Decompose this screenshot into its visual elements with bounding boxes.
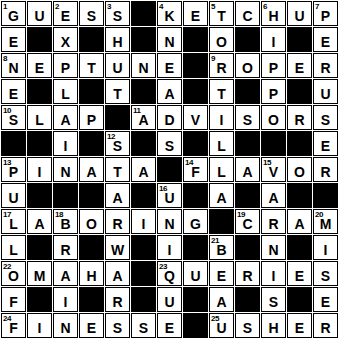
cell-letter: S (236, 321, 259, 336)
block-r4c8 (183, 79, 208, 104)
cell-r11c12[interactable]: E (287, 261, 312, 286)
cell-letter: I (132, 217, 155, 232)
cell-r9c7[interactable]: N (157, 209, 182, 234)
cell-letter: R (54, 243, 77, 258)
cell-r11c10[interactable]: R (235, 261, 260, 286)
cell-r11c2[interactable]: M (27, 261, 52, 286)
cell-letter: L (54, 87, 77, 102)
cell-r6c5[interactable]: 12S (105, 131, 130, 156)
block-r13c8 (183, 313, 208, 338)
cell-letter: R (288, 113, 311, 128)
cell-letter: R (314, 61, 337, 76)
cell-r6c9[interactable]: L (209, 131, 234, 156)
cell-letter: Q (158, 269, 181, 284)
cell-letter: A (106, 191, 129, 206)
block-r12c2 (27, 287, 52, 312)
cell-letter: E (2, 35, 25, 50)
cell-r13c6[interactable]: S (131, 313, 156, 338)
cell-r13c9[interactable]: 25U (209, 313, 234, 338)
cell-r8c1[interactable]: U (1, 183, 26, 208)
cell-letter: L (210, 139, 233, 154)
cell-r12c7[interactable]: U (157, 287, 182, 312)
cell-letter: I (210, 113, 233, 128)
block-r4c10 (235, 79, 260, 104)
cell-r1c5[interactable]: 3S (105, 1, 130, 26)
block-r2c2 (27, 27, 52, 52)
cell-letter: A (54, 113, 77, 128)
cell-letter: N (262, 243, 285, 258)
block-r6c1 (1, 131, 26, 156)
cell-r11c13[interactable]: S (313, 261, 338, 286)
cell-r6c7[interactable]: S (157, 131, 182, 156)
cell-letter: H (106, 35, 129, 50)
cell-letter: C (236, 217, 259, 232)
cell-r9c11[interactable]: R (261, 209, 286, 234)
block-r2c12 (287, 27, 312, 52)
cell-letter: S (314, 269, 337, 284)
cell-letter: S (2, 113, 25, 128)
block-r9c9 (209, 209, 234, 234)
cell-r7c3[interactable]: N (53, 157, 78, 182)
cell-letter: R (236, 269, 259, 284)
cell-r13c2[interactable]: I (27, 313, 52, 338)
cell-r7c6[interactable]: A (131, 157, 156, 182)
cell-r3c2[interactable]: E (27, 53, 52, 78)
cell-r10c9[interactable]: 21B (209, 235, 234, 260)
cell-letter: A (262, 191, 285, 206)
cell-letter: N (54, 165, 77, 180)
cell-r7c10[interactable]: A (235, 157, 260, 182)
cell-r1c12[interactable]: U (287, 1, 312, 26)
block-r8c2 (27, 183, 52, 208)
cell-r4c1[interactable]: E (1, 79, 26, 104)
cell-r5c6[interactable]: 11A (131, 105, 156, 130)
cell-r8c9[interactable]: A (209, 183, 234, 208)
block-r10c6 (131, 235, 156, 260)
block-r12c12 (287, 287, 312, 312)
cell-r2c1[interactable]: E (1, 27, 26, 52)
block-r8c12 (287, 183, 312, 208)
cell-r2c3[interactable]: X (53, 27, 78, 52)
cell-letter: H (262, 9, 285, 24)
cell-letter: O (262, 113, 285, 128)
cell-r1c9[interactable]: 5T (209, 1, 234, 26)
cell-letter: I (262, 35, 285, 50)
cell-r2c7[interactable]: N (157, 27, 182, 52)
cell-r9c2[interactable]: A (27, 209, 52, 234)
cell-letter: I (314, 243, 337, 258)
cell-r4c13[interactable]: U (313, 79, 338, 104)
cell-letter: E (54, 9, 77, 24)
cell-r7c12[interactable]: O (287, 157, 312, 182)
cell-letter: S (106, 9, 129, 24)
cell-r7c2[interactable]: I (27, 157, 52, 182)
cell-r7c11[interactable]: 15V (261, 157, 286, 182)
cell-letter: S (106, 139, 129, 154)
cell-r2c5[interactable]: H (105, 27, 130, 52)
cell-letter: R (106, 217, 129, 232)
cell-letter: S (106, 321, 129, 336)
cell-r13c1[interactable]: 24F (1, 313, 26, 338)
cell-r9c5[interactable]: R (105, 209, 130, 234)
cell-r1c2[interactable]: U (27, 1, 52, 26)
cell-r13c7[interactable]: E (157, 313, 182, 338)
cell-r13c4[interactable]: E (79, 313, 104, 338)
block-r12c8 (183, 287, 208, 312)
cell-letter: E (184, 9, 207, 24)
cell-r3c9[interactable]: 9R (209, 53, 234, 78)
cell-letter: G (2, 9, 25, 24)
block-r10c10 (235, 235, 260, 260)
cell-letter: I (262, 269, 285, 284)
cell-letter: U (210, 321, 233, 336)
cell-r6c3[interactable]: I (53, 131, 78, 156)
cell-r12c1[interactable]: F (1, 287, 26, 312)
cell-letter: T (80, 61, 103, 76)
cell-r3c12[interactable]: E (287, 53, 312, 78)
cell-r5c4[interactable]: P (79, 105, 104, 130)
cell-r5c9[interactable]: I (209, 105, 234, 130)
cell-letter: O (2, 269, 25, 284)
cell-letter: N (54, 321, 77, 336)
cell-letter: E (288, 321, 311, 336)
cell-r10c3[interactable]: R (53, 235, 78, 260)
cell-letter: H (80, 269, 103, 284)
block-r6c12 (287, 131, 312, 156)
cell-letter: O (236, 61, 259, 76)
cell-letter: A (132, 113, 155, 128)
block-r12c10 (235, 287, 260, 312)
cell-letter: P (314, 9, 337, 24)
cell-letter: U (2, 191, 25, 206)
cell-letter: U (314, 87, 337, 102)
cell-letter: P (2, 165, 25, 180)
cell-letter: X (54, 35, 77, 50)
block-r8c13 (313, 183, 338, 208)
block-r12c4 (79, 287, 104, 312)
cell-r9c13[interactable]: 20M (313, 209, 338, 234)
cell-r1c1[interactable]: 1G (1, 1, 26, 26)
block-r10c2 (27, 235, 52, 260)
cell-letter: B (54, 217, 77, 232)
cell-r3c13[interactable]: R (313, 53, 338, 78)
cell-letter: O (80, 217, 103, 232)
cell-letter: M (314, 217, 337, 232)
cell-r9c3[interactable]: 18B (53, 209, 78, 234)
cell-r11c5[interactable]: A (105, 261, 130, 286)
cell-letter: E (80, 321, 103, 336)
cell-r8c5[interactable]: A (105, 183, 130, 208)
cell-r1c10[interactable]: C (235, 1, 260, 26)
cell-letter: R (314, 165, 337, 180)
cell-letter: I (28, 321, 51, 336)
cell-r1c13[interactable]: 7P (313, 1, 338, 26)
cell-r8c11[interactable]: A (261, 183, 286, 208)
cell-letter: I (54, 139, 77, 154)
cell-letter: T (106, 87, 129, 102)
cell-letter: H (262, 321, 285, 336)
cell-letter: R (262, 217, 285, 232)
block-r4c2 (27, 79, 52, 104)
block-r10c8 (183, 235, 208, 260)
cell-letter: N (158, 217, 181, 232)
cell-letter: T (106, 165, 129, 180)
block-r6c10 (235, 131, 260, 156)
cell-letter: A (54, 269, 77, 284)
cell-r12c13[interactable]: E (313, 287, 338, 312)
cell-r3c4[interactable]: T (79, 53, 104, 78)
cell-letter: E (288, 269, 311, 284)
block-r8c3 (53, 183, 78, 208)
cell-letter: V (262, 165, 285, 180)
cell-letter: U (28, 9, 51, 24)
cell-r5c2[interactable]: L (27, 105, 52, 130)
cell-letter: I (158, 243, 181, 258)
cell-r3c3[interactable]: P (53, 53, 78, 78)
cell-letter: T (210, 9, 233, 24)
cell-r3c6[interactable]: N (131, 53, 156, 78)
cell-letter: F (2, 321, 25, 336)
cell-r11c9[interactable]: E (209, 261, 234, 286)
cell-r7c13[interactable]: R (313, 157, 338, 182)
cell-r7c1[interactable]: 13P (1, 157, 26, 182)
cell-r5c10[interactable]: S (235, 105, 260, 130)
cell-letter: E (158, 61, 181, 76)
block-r2c10 (235, 27, 260, 52)
cell-r10c1[interactable]: L (1, 235, 26, 260)
cell-letter: T (210, 87, 233, 102)
cell-r13c5[interactable]: S (105, 313, 130, 338)
cell-letter: F (184, 165, 207, 180)
cell-r13c10[interactable]: S (235, 313, 260, 338)
cell-r11c7[interactable]: 23Q (157, 261, 182, 286)
crossword-grid: 1GU2ES3S4KE5TC6HU7PEXHNOIE8NEPTUNE9ROPER… (0, 0, 339, 339)
cell-r3c10[interactable]: O (235, 53, 260, 78)
block-r2c8 (183, 27, 208, 52)
cell-r1c11[interactable]: 6H (261, 1, 286, 26)
cell-r2c13[interactable]: E (313, 27, 338, 52)
cell-r7c5[interactable]: T (105, 157, 130, 182)
cell-r5c1[interactable]: 10S (1, 105, 26, 130)
cell-r4c7[interactable]: A (157, 79, 182, 104)
cell-r9c1[interactable]: 17L (1, 209, 26, 234)
cell-r5c13[interactable]: S (313, 105, 338, 130)
block-r3c8 (183, 53, 208, 78)
cell-letter: N (2, 61, 25, 76)
cell-r7c8[interactable]: 14F (183, 157, 208, 182)
cell-r11c3[interactable]: A (53, 261, 78, 286)
block-r6c6 (131, 131, 156, 156)
cell-letter: S (132, 321, 155, 336)
cell-r7c4[interactable]: A (79, 157, 104, 182)
cell-letter: A (132, 165, 155, 180)
cell-r6c13[interactable]: E (313, 131, 338, 156)
cell-letter: U (288, 9, 311, 24)
cell-r1c8[interactable]: E (183, 1, 208, 26)
cell-letter: E (288, 61, 311, 76)
cell-r12c3[interactable]: I (53, 287, 78, 312)
cell-r3c5[interactable]: U (105, 53, 130, 78)
block-r10c12 (287, 235, 312, 260)
cell-r9c12[interactable]: A (287, 209, 312, 234)
cell-r9c4[interactable]: O (79, 209, 104, 234)
block-r8c10 (235, 183, 260, 208)
cell-letter: S (262, 295, 285, 310)
cell-letter: S (314, 113, 337, 128)
cell-letter: S (158, 139, 181, 154)
cell-r7c9[interactable]: L (209, 157, 234, 182)
cell-letter: U (158, 295, 181, 310)
block-r7c7 (157, 157, 182, 182)
cell-r12c5[interactable]: R (105, 287, 130, 312)
cell-letter: A (236, 165, 259, 180)
cell-letter: S (236, 113, 259, 128)
cell-r13c3[interactable]: N (53, 313, 78, 338)
cell-letter: A (80, 165, 103, 180)
cell-letter: U (158, 191, 181, 206)
cell-r13c13[interactable]: R (313, 313, 338, 338)
cell-letter: A (288, 217, 311, 232)
cell-letter: R (106, 295, 129, 310)
block-r6c11 (261, 131, 286, 156)
cell-letter: O (288, 165, 311, 180)
cell-r1c7[interactable]: 4K (157, 1, 182, 26)
cell-r13c12[interactable]: E (287, 313, 312, 338)
cell-letter: W (106, 243, 129, 258)
block-r6c8 (183, 131, 208, 156)
cell-letter: K (158, 9, 181, 24)
cell-letter: E (314, 295, 337, 310)
cell-letter: V (184, 113, 207, 128)
cell-r11c11[interactable]: I (261, 261, 286, 286)
block-r1c6 (131, 1, 156, 26)
cell-letter: P (80, 113, 103, 128)
cell-letter: E (158, 321, 181, 336)
block-r2c4 (79, 27, 104, 52)
cell-letter: N (158, 35, 181, 50)
cell-letter: F (2, 295, 25, 310)
block-r10c4 (79, 235, 104, 260)
cell-r11c4[interactable]: H (79, 261, 104, 286)
cell-letter: A (210, 295, 233, 310)
cell-r4c11[interactable]: P (261, 79, 286, 104)
cell-letter: A (106, 269, 129, 284)
block-r6c4 (79, 131, 104, 156)
cell-r5c8[interactable]: V (183, 105, 208, 130)
cell-letter: D (158, 113, 181, 128)
cell-r10c5[interactable]: W (105, 235, 130, 260)
cell-letter: U (184, 269, 207, 284)
cell-letter: E (2, 87, 25, 102)
cell-letter: E (314, 139, 337, 154)
block-r4c12 (287, 79, 312, 104)
cell-r4c9[interactable]: T (209, 79, 234, 104)
cell-r12c11[interactable]: S (261, 287, 286, 312)
cell-r11c1[interactable]: 22O (1, 261, 26, 286)
cell-r3c11[interactable]: P (261, 53, 286, 78)
cell-letter: N (132, 61, 155, 76)
cell-letter: A (210, 191, 233, 206)
cell-letter: S (80, 9, 103, 24)
cell-r10c7[interactable]: I (157, 235, 182, 260)
cell-r2c9[interactable]: O (209, 27, 234, 52)
cell-letter: B (210, 243, 233, 258)
cell-r1c3[interactable]: 2E (53, 1, 78, 26)
block-r6c2 (27, 131, 52, 156)
cell-r5c3[interactable]: A (53, 105, 78, 130)
cell-letter: E (210, 269, 233, 284)
cell-r8c7[interactable]: 16U (157, 183, 182, 208)
block-r4c6 (131, 79, 156, 104)
cell-letter: O (210, 35, 233, 50)
cell-letter: I (54, 295, 77, 310)
cell-r12c9[interactable]: A (209, 287, 234, 312)
cell-r10c11[interactable]: N (261, 235, 286, 260)
block-r8c8 (183, 183, 208, 208)
cell-r5c11[interactable]: O (261, 105, 286, 130)
cell-letter: L (2, 217, 25, 232)
cell-r1c4[interactable]: S (79, 1, 104, 26)
block-r11c6 (131, 261, 156, 286)
cell-letter: M (28, 269, 51, 284)
cell-letter: P (262, 87, 285, 102)
cell-letter: R (210, 61, 233, 76)
block-r12c6 (131, 287, 156, 312)
block-r4c4 (79, 79, 104, 104)
cell-r9c10[interactable]: 19C (235, 209, 260, 234)
cell-r2c11[interactable]: I (261, 27, 286, 52)
cell-r4c3[interactable]: L (53, 79, 78, 104)
block-r8c6 (131, 183, 156, 208)
cell-r9c6[interactable]: I (131, 209, 156, 234)
cell-r13c11[interactable]: H (261, 313, 286, 338)
block-r8c4 (79, 183, 104, 208)
cell-letter: G (184, 217, 207, 232)
cell-r4c5[interactable]: T (105, 79, 130, 104)
cell-letter: P (262, 61, 285, 76)
cell-letter: R (314, 321, 337, 336)
cell-letter: L (210, 165, 233, 180)
block-r5c5 (105, 105, 130, 130)
cell-letter: L (28, 113, 51, 128)
cell-letter: C (236, 9, 259, 24)
cell-r3c1[interactable]: 8N (1, 53, 26, 78)
cell-letter: P (54, 61, 77, 76)
cell-r9c8[interactable]: G (183, 209, 208, 234)
cell-r10c13[interactable]: I (313, 235, 338, 260)
cell-r11c8[interactable]: U (183, 261, 208, 286)
cell-letter: L (2, 243, 25, 258)
cell-r3c7[interactable]: E (157, 53, 182, 78)
cell-letter: E (314, 35, 337, 50)
cell-letter: A (158, 87, 181, 102)
cell-r5c12[interactable]: R (287, 105, 312, 130)
cell-r5c7[interactable]: D (157, 105, 182, 130)
cell-letter: I (28, 165, 51, 180)
cell-letter: E (28, 61, 51, 76)
block-r2c6 (131, 27, 156, 52)
cell-letter: A (28, 217, 51, 232)
cell-letter: U (106, 61, 129, 76)
